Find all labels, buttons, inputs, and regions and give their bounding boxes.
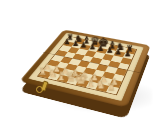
chess-case: ♜♞♝♛♚♝♞♜♟♟♟♟♟♟♟♟♟♟♟♟♟♟♟♟♜♞♝♛♚♝♞♜ bbox=[19, 29, 150, 107]
brass-latch bbox=[35, 81, 49, 94]
square-h7: ♟ bbox=[123, 53, 134, 60]
square-h1: ♜ bbox=[106, 85, 119, 94]
piece-white-rook: ♜ bbox=[97, 83, 124, 93]
latch-ring-icon bbox=[36, 86, 43, 93]
piece-black-pawn: ♟ bbox=[116, 50, 139, 58]
chess-board: ♜♞♝♛♚♝♞♜♟♟♟♟♟♟♟♟♟♟♟♟♟♟♟♟♜♞♝♛♚♝♞♜ bbox=[37, 36, 137, 95]
scene: ♜♞♝♛♚♝♞♜♟♟♟♟♟♟♟♟♟♟♟♟♟♟♟♟♜♞♝♛♚♝♞♜ bbox=[0, 0, 160, 128]
